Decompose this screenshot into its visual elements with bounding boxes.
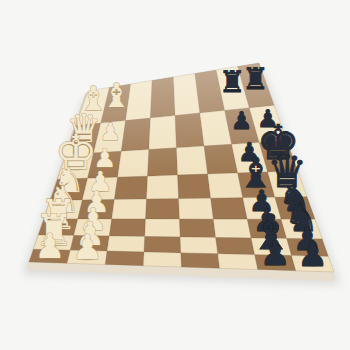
black-pawn: ♟ <box>231 107 253 135</box>
chess-set-photo: ♝♝♜♜♛♟♟♟♚♟♟♚♞♟♝♛♞♟♟♞♜♟♟♞♜♟♝♟♟♟♟♟ <box>0 0 350 350</box>
black-rook: ♜ <box>242 61 269 96</box>
black-pawn: ♟ <box>297 234 328 274</box>
white-pawn: ♟ <box>99 118 121 146</box>
white-pawn: ♟ <box>35 226 66 266</box>
chess-board-scene: ♝♝♜♜♛♟♟♟♚♟♟♚♞♟♝♛♞♟♟♞♜♟♟♞♜♟♝♟♟♟♟♟ <box>0 0 350 350</box>
white-bishop: ♝ <box>102 76 132 115</box>
black-pawn: ♟ <box>260 233 291 273</box>
white-pawn: ♟ <box>72 227 103 267</box>
